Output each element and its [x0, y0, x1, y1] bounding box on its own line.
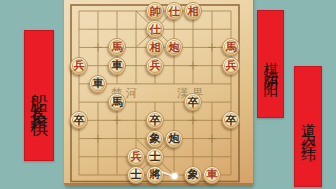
piece-black-elephant-g9[interactable]: 象	[184, 166, 202, 184]
piece-black-soldier-g5[interactable]: 卒	[184, 93, 202, 111]
piece-red-soldier-d8[interactable]: 兵	[127, 148, 145, 166]
piece-label: 兵	[74, 60, 85, 71]
piece-label: 車	[112, 60, 123, 71]
piece-black-elephant-e7[interactable]: 象	[146, 130, 164, 148]
piece-red-elephant-e2[interactable]: 相	[146, 38, 164, 56]
piece-black-cannon-f7[interactable]: 炮	[165, 130, 183, 148]
piece-label: 車	[207, 169, 218, 180]
piece-label: 士	[131, 169, 142, 180]
piece-black-rook-b4[interactable]: 車	[89, 75, 107, 93]
piece-label: 兵	[226, 60, 237, 71]
piece-red-king-e0[interactable]: 帥	[146, 2, 164, 20]
piece-label: 車	[93, 78, 104, 89]
piece-black-horse-c5[interactable]: 馬	[108, 93, 126, 111]
piece-red-rook-h9[interactable]: 車	[203, 166, 221, 184]
piece-label: 卒	[74, 114, 85, 125]
piece-label: 兵	[150, 60, 161, 71]
piece-red-elephant-g0[interactable]: 相	[184, 2, 202, 20]
piece-label: 馬	[112, 41, 123, 52]
piece-label: 卒	[150, 114, 161, 125]
piece-label: 卒	[188, 96, 199, 107]
piece-black-rook-c3[interactable]: 車	[108, 57, 126, 75]
piece-label: 相	[188, 5, 199, 16]
piece-label: 帥	[150, 5, 161, 16]
piece-red-soldier-i3[interactable]: 兵	[222, 57, 240, 75]
piece-label: 炮	[169, 41, 180, 52]
piece-label: 馬	[226, 41, 237, 52]
piece-red-advisor-e1[interactable]: 仕	[146, 20, 164, 38]
piece-label: 將	[150, 169, 161, 180]
piece-black-soldier-a6[interactable]: 卒	[70, 111, 88, 129]
piece-red-advisor-f0[interactable]: 仕	[165, 2, 183, 20]
piece-label: 卒	[226, 114, 237, 125]
piece-black-soldier-i6[interactable]: 卒	[222, 111, 240, 129]
piece-red-horse-c2[interactable]: 馬	[108, 38, 126, 56]
pieces-layer: 帥仕相仕馬相炮馬兵兵兵兵車車車馬卒卒卒卒象炮士士將象	[0, 0, 336, 189]
piece-label: 象	[150, 133, 161, 144]
piece-label: 炮	[169, 133, 180, 144]
piece-black-king-e9[interactable]: 將	[146, 166, 164, 184]
piece-label: 仕	[150, 23, 161, 34]
piece-black-soldier-e6[interactable]: 卒	[146, 111, 164, 129]
piece-label: 象	[188, 169, 199, 180]
piece-red-horse-i2[interactable]: 馬	[222, 38, 240, 56]
piece-black-advisor-d9[interactable]: 士	[127, 166, 145, 184]
piece-red-soldier-e3[interactable]: 兵	[146, 57, 164, 75]
piece-label: 相	[150, 41, 161, 52]
piece-label: 馬	[112, 96, 123, 107]
piece-red-cannon-f2[interactable]: 炮	[165, 38, 183, 56]
xiangqi-app: 船长象棋 楚河漢界 帥仕相仕馬相炮馬兵兵兵兵車車車馬卒卒卒卒象炮士士將象 棋法阴…	[0, 0, 336, 189]
piece-red-soldier-a3[interactable]: 兵	[70, 57, 88, 75]
piece-label: 兵	[131, 151, 142, 162]
piece-label: 士	[150, 151, 161, 162]
piece-label: 仕	[169, 5, 180, 16]
piece-black-advisor-e8[interactable]: 士	[146, 148, 164, 166]
